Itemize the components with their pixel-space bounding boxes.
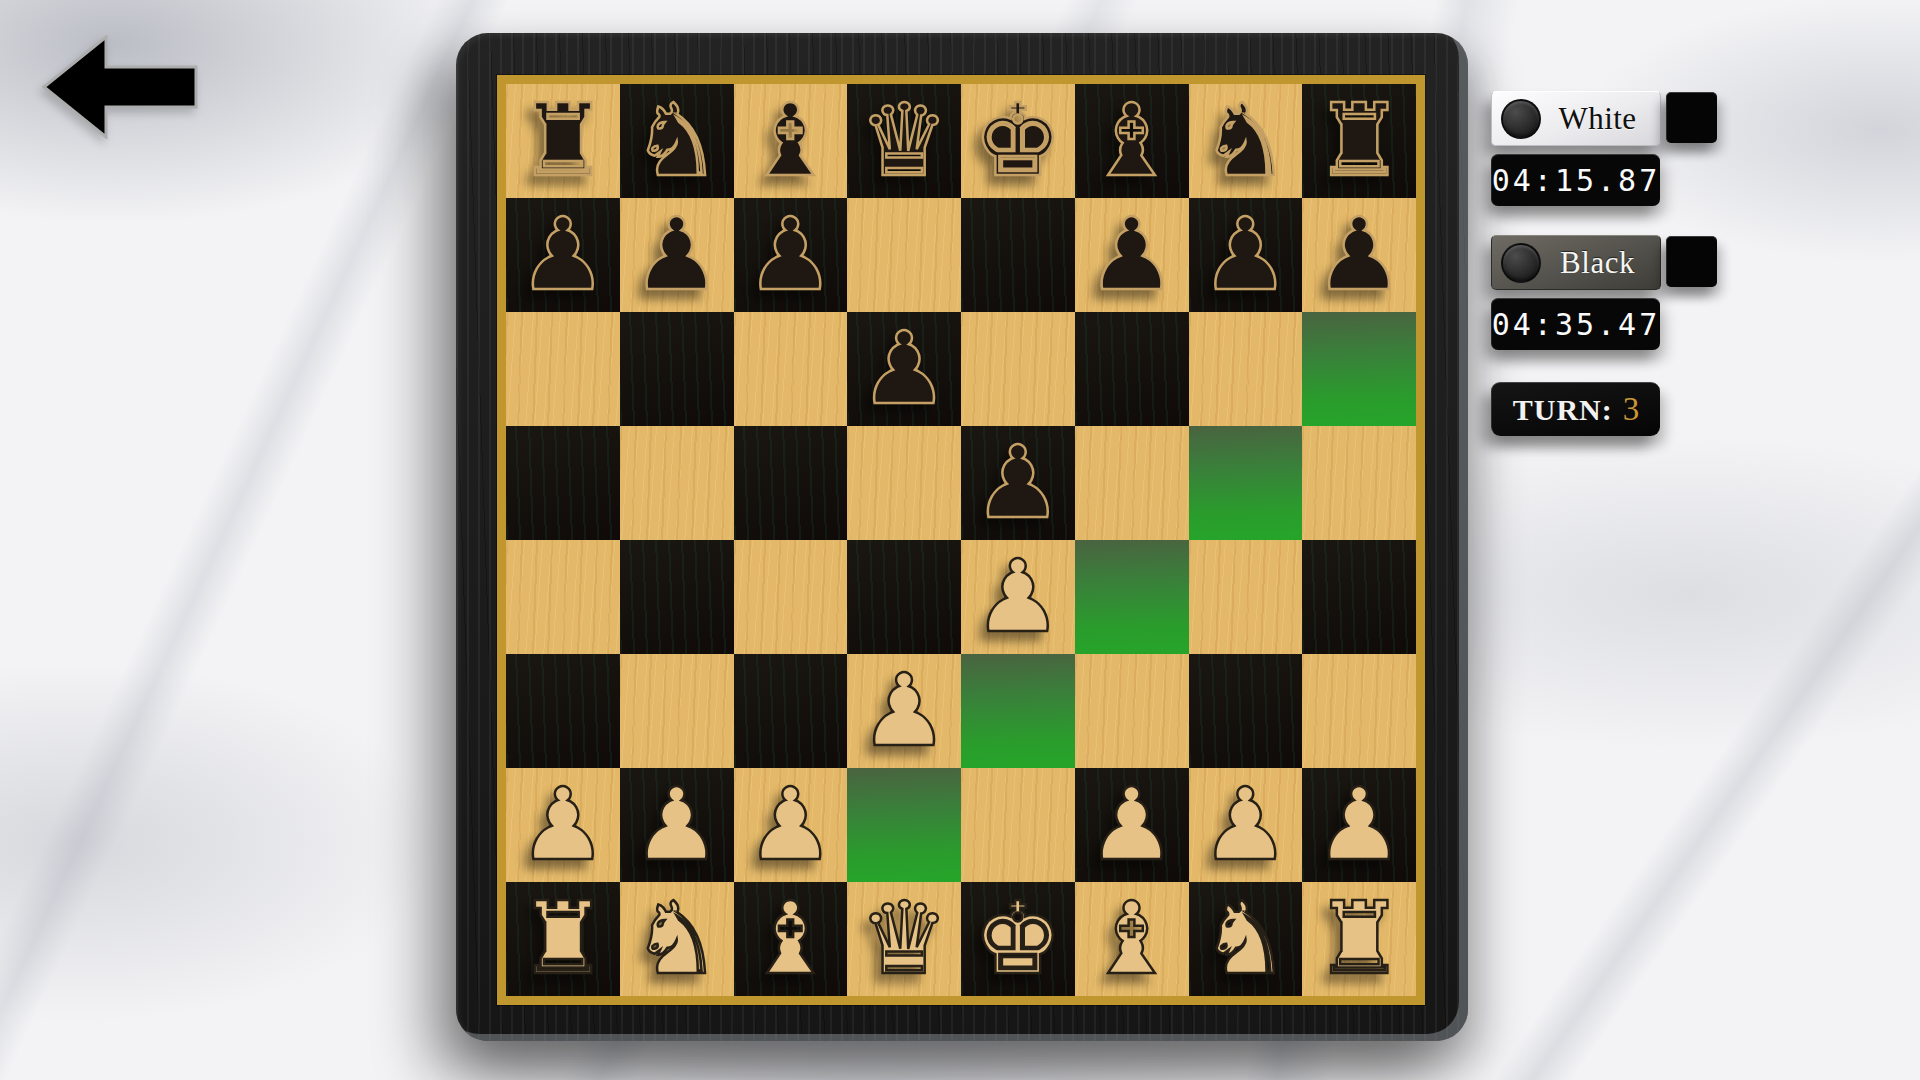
piece-g2-white-pawn[interactable]: ♟ xyxy=(1201,775,1291,875)
square-f6[interactable] xyxy=(1075,312,1189,426)
chess-board-frame: ♜♞♝♛♚♝♞♜♟♟♟♟♟♟♟♟♟♟♟♟♟♟♟♟♜♞♝♛♚♝♞♜ xyxy=(456,33,1468,1041)
piece-c1-white-bishop[interactable]: ♝ xyxy=(746,889,836,989)
chess-board-border: ♜♞♝♛♚♝♞♜♟♟♟♟♟♟♟♟♟♟♟♟♟♟♟♟♜♞♝♛♚♝♞♜ xyxy=(497,75,1425,1005)
square-d8[interactable]: ♛ xyxy=(847,84,961,198)
black-player-label: Black xyxy=(1541,245,1660,281)
square-a6[interactable] xyxy=(506,312,620,426)
square-h5[interactable] xyxy=(1302,426,1416,540)
piece-f7-black-pawn[interactable]: ♟ xyxy=(1087,205,1177,305)
square-b4[interactable] xyxy=(620,540,734,654)
piece-b8-black-knight[interactable]: ♞ xyxy=(632,91,722,191)
square-h3[interactable] xyxy=(1302,654,1416,768)
square-c3[interactable] xyxy=(734,654,848,768)
piece-e8-black-king[interactable]: ♚ xyxy=(973,91,1063,191)
black-player-button-icon[interactable] xyxy=(1501,243,1541,283)
square-e4[interactable]: ♟ xyxy=(961,540,1075,654)
square-f3[interactable] xyxy=(1075,654,1189,768)
piece-a1-white-rook[interactable]: ♜ xyxy=(518,889,608,989)
square-c2[interactable]: ♟ xyxy=(734,768,848,882)
piece-d6-black-pawn[interactable]: ♟ xyxy=(859,319,949,419)
piece-c2-white-pawn[interactable]: ♟ xyxy=(746,775,836,875)
square-d4[interactable] xyxy=(847,540,961,654)
square-c1[interactable]: ♝ xyxy=(734,882,848,996)
square-f8[interactable]: ♝ xyxy=(1075,84,1189,198)
white-player-label: White xyxy=(1541,101,1660,137)
square-b6[interactable] xyxy=(620,312,734,426)
square-e8[interactable]: ♚ xyxy=(961,84,1075,198)
square-c7[interactable]: ♟ xyxy=(734,198,848,312)
square-a7[interactable]: ♟ xyxy=(506,198,620,312)
square-g1[interactable]: ♞ xyxy=(1189,882,1303,996)
square-f4[interactable] xyxy=(1075,540,1189,654)
back-button[interactable] xyxy=(42,35,198,139)
square-e1[interactable]: ♚ xyxy=(961,882,1075,996)
square-b3[interactable] xyxy=(620,654,734,768)
square-f5[interactable] xyxy=(1075,426,1189,540)
turn-label: TURN: xyxy=(1513,393,1613,427)
piece-e1-white-king[interactable]: ♚ xyxy=(973,889,1063,989)
square-a4[interactable] xyxy=(506,540,620,654)
piece-d3-white-pawn[interactable]: ♟ xyxy=(859,661,949,761)
piece-g8-black-knight[interactable]: ♞ xyxy=(1201,91,1291,191)
piece-b7-black-pawn[interactable]: ♟ xyxy=(632,205,722,305)
square-c6[interactable] xyxy=(734,312,848,426)
square-g4[interactable] xyxy=(1189,540,1303,654)
white-player-button-icon[interactable] xyxy=(1501,99,1541,139)
square-a2[interactable]: ♟ xyxy=(506,768,620,882)
square-d2[interactable] xyxy=(847,768,961,882)
square-f7[interactable]: ♟ xyxy=(1075,198,1189,312)
black-clock-time: 04:35.47 xyxy=(1492,307,1661,342)
chess-board: ♜♞♝♛♚♝♞♜♟♟♟♟♟♟♟♟♟♟♟♟♟♟♟♟♜♞♝♛♚♝♞♜ xyxy=(506,84,1416,996)
square-b5[interactable] xyxy=(620,426,734,540)
square-g6[interactable] xyxy=(1189,312,1303,426)
square-h4[interactable] xyxy=(1302,540,1416,654)
square-d3[interactable]: ♟ xyxy=(847,654,961,768)
piece-b2-white-pawn[interactable]: ♟ xyxy=(632,775,722,875)
square-a1[interactable]: ♜ xyxy=(506,882,620,996)
white-clock: 04:15.87 xyxy=(1491,154,1660,206)
square-d7[interactable] xyxy=(847,198,961,312)
square-b2[interactable]: ♟ xyxy=(620,768,734,882)
black-player-plate: Black xyxy=(1491,235,1661,290)
piece-a8-black-rook[interactable]: ♜ xyxy=(518,91,608,191)
square-h6[interactable] xyxy=(1302,312,1416,426)
square-b8[interactable]: ♞ xyxy=(620,84,734,198)
square-h1[interactable]: ♜ xyxy=(1302,882,1416,996)
piece-d1-white-queen[interactable]: ♛ xyxy=(859,889,949,989)
square-e7[interactable] xyxy=(961,198,1075,312)
piece-c8-black-bishop[interactable]: ♝ xyxy=(746,91,836,191)
square-g2[interactable]: ♟ xyxy=(1189,768,1303,882)
square-g3[interactable] xyxy=(1189,654,1303,768)
white-clock-time: 04:15.87 xyxy=(1492,163,1661,198)
square-a5[interactable] xyxy=(506,426,620,540)
square-e2[interactable] xyxy=(961,768,1075,882)
piece-e5-black-pawn[interactable]: ♟ xyxy=(973,433,1063,533)
square-c8[interactable]: ♝ xyxy=(734,84,848,198)
white-side-square-button[interactable] xyxy=(1666,92,1717,143)
square-h8[interactable]: ♜ xyxy=(1302,84,1416,198)
piece-h7-black-pawn[interactable]: ♟ xyxy=(1314,205,1404,305)
back-arrow-icon xyxy=(42,35,198,139)
piece-a7-black-pawn[interactable]: ♟ xyxy=(518,205,608,305)
square-a8[interactable]: ♜ xyxy=(506,84,620,198)
square-g7[interactable]: ♟ xyxy=(1189,198,1303,312)
piece-a2-white-pawn[interactable]: ♟ xyxy=(518,775,608,875)
piece-f2-white-pawn[interactable]: ♟ xyxy=(1087,775,1177,875)
square-c4[interactable] xyxy=(734,540,848,654)
square-a3[interactable] xyxy=(506,654,620,768)
black-clock: 04:35.47 xyxy=(1491,298,1660,350)
square-h7[interactable]: ♟ xyxy=(1302,198,1416,312)
piece-g7-black-pawn[interactable]: ♟ xyxy=(1201,205,1291,305)
square-b1[interactable]: ♞ xyxy=(620,882,734,996)
turn-indicator: TURN: 3 xyxy=(1491,382,1660,436)
square-d1[interactable]: ♛ xyxy=(847,882,961,996)
piece-h8-black-rook[interactable]: ♜ xyxy=(1314,91,1404,191)
turn-value: 3 xyxy=(1623,391,1640,428)
piece-h1-white-rook[interactable]: ♜ xyxy=(1314,889,1404,989)
square-c5[interactable] xyxy=(734,426,848,540)
square-d6[interactable]: ♟ xyxy=(847,312,961,426)
square-e3[interactable] xyxy=(961,654,1075,768)
square-f2[interactable]: ♟ xyxy=(1075,768,1189,882)
piece-e4-white-pawn[interactable]: ♟ xyxy=(973,547,1063,647)
piece-f8-black-bishop[interactable]: ♝ xyxy=(1087,91,1177,191)
square-g5[interactable] xyxy=(1189,426,1303,540)
piece-d8-black-queen[interactable]: ♛ xyxy=(859,91,949,191)
square-b7[interactable]: ♟ xyxy=(620,198,734,312)
piece-c7-black-pawn[interactable]: ♟ xyxy=(746,205,836,305)
square-e5[interactable]: ♟ xyxy=(961,426,1075,540)
piece-h2-white-pawn[interactable]: ♟ xyxy=(1314,775,1404,875)
square-e6[interactable] xyxy=(961,312,1075,426)
piece-b1-white-knight[interactable]: ♞ xyxy=(632,889,722,989)
square-f1[interactable]: ♝ xyxy=(1075,882,1189,996)
piece-g1-white-knight[interactable]: ♞ xyxy=(1201,889,1291,989)
square-d5[interactable] xyxy=(847,426,961,540)
black-side-square-button[interactable] xyxy=(1666,236,1717,287)
square-g8[interactable]: ♞ xyxy=(1189,84,1303,198)
piece-f1-white-bishop[interactable]: ♝ xyxy=(1087,889,1177,989)
square-h2[interactable]: ♟ xyxy=(1302,768,1416,882)
white-player-plate: White xyxy=(1491,91,1661,146)
